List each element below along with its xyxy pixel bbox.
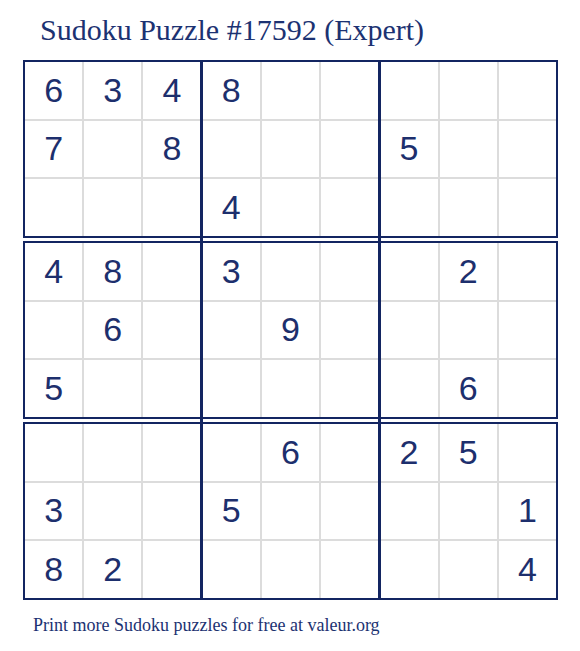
cell-r6-c9	[499, 360, 556, 417]
cell-r5-c9	[499, 302, 556, 359]
cell-r1-c5	[262, 62, 319, 119]
cell-r6-c5	[262, 360, 319, 417]
cell-r1-c9	[499, 62, 556, 119]
cell-r1-c3: 4	[143, 62, 200, 119]
cell-r8-c6	[321, 483, 378, 540]
cell-r3-c4: 4	[203, 179, 260, 236]
cell-r8-c4: 5	[203, 483, 260, 540]
cell-r7-c7: 2	[380, 424, 437, 481]
board-band-bottom: 625351824	[23, 422, 558, 600]
cell-r4-c1: 4	[25, 243, 82, 300]
cell-r8-c7	[380, 483, 437, 540]
cell-r5-c1	[25, 302, 82, 359]
cell-r6-c8: 6	[440, 360, 497, 417]
cell-r3-c3	[143, 179, 200, 236]
cell-r2-c4	[203, 121, 260, 178]
cell-r9-c7	[380, 541, 437, 598]
cell-r8-c2	[84, 483, 141, 540]
cell-r5-c3	[143, 302, 200, 359]
cell-r4-c8: 2	[440, 243, 497, 300]
cell-r2-c7: 5	[380, 121, 437, 178]
cell-r9-c9: 4	[499, 541, 556, 598]
cell-r6-c6	[321, 360, 378, 417]
cell-r1-c8	[440, 62, 497, 119]
cell-r5-c4	[203, 302, 260, 359]
cell-r8-c5	[262, 483, 319, 540]
cell-r1-c4: 8	[203, 62, 260, 119]
footer-note: Print more Sudoku puzzles for free at va…	[33, 613, 380, 637]
cell-r9-c8	[440, 541, 497, 598]
cell-r4-c2: 8	[84, 243, 141, 300]
cell-r4-c5	[262, 243, 319, 300]
cell-r4-c7	[380, 243, 437, 300]
box-divider-vertical-right	[378, 60, 381, 600]
cell-r1-c7	[380, 62, 437, 119]
cell-r7-c5: 6	[262, 424, 319, 481]
cell-r2-c1: 7	[25, 121, 82, 178]
cell-r8-c1: 3	[25, 483, 82, 540]
cell-r7-c6	[321, 424, 378, 481]
page-title: Sudoku Puzzle #17592 (Expert)	[40, 12, 424, 48]
cell-r6-c1: 5	[25, 360, 82, 417]
cell-r9-c1: 8	[25, 541, 82, 598]
cell-r8-c9: 1	[499, 483, 556, 540]
cell-r9-c6	[321, 541, 378, 598]
cell-r5-c8	[440, 302, 497, 359]
cell-r4-c6	[321, 243, 378, 300]
cell-r3-c1	[25, 179, 82, 236]
cell-r2-c8	[440, 121, 497, 178]
cell-r7-c2	[84, 424, 141, 481]
cell-r7-c1	[25, 424, 82, 481]
cell-r9-c4	[203, 541, 260, 598]
cell-r2-c3: 8	[143, 121, 200, 178]
cell-r1-c2: 3	[84, 62, 141, 119]
board-band-middle: 48326956	[23, 241, 558, 419]
cell-r8-c3	[143, 483, 200, 540]
sudoku-board: 63487854 48326956 625351824	[23, 60, 558, 600]
cell-r2-c6	[321, 121, 378, 178]
cell-r9-c2: 2	[84, 541, 141, 598]
cell-r5-c6	[321, 302, 378, 359]
cell-r4-c3	[143, 243, 200, 300]
cell-r9-c5	[262, 541, 319, 598]
cell-r5-c5: 9	[262, 302, 319, 359]
cell-r7-c4	[203, 424, 260, 481]
cell-r7-c3	[143, 424, 200, 481]
cell-r3-c6	[321, 179, 378, 236]
cell-r8-c8	[440, 483, 497, 540]
cell-r9-c3	[143, 541, 200, 598]
cell-r3-c8	[440, 179, 497, 236]
cell-r3-c2	[84, 179, 141, 236]
box-divider-vertical-left	[200, 60, 203, 600]
cell-r3-c9	[499, 179, 556, 236]
cell-r6-c3	[143, 360, 200, 417]
cell-r4-c4: 3	[203, 243, 260, 300]
cell-r2-c2	[84, 121, 141, 178]
cell-r6-c2	[84, 360, 141, 417]
cell-r2-c9	[499, 121, 556, 178]
cell-r2-c5	[262, 121, 319, 178]
cell-r5-c2: 6	[84, 302, 141, 359]
cell-r3-c7	[380, 179, 437, 236]
cell-r4-c9	[499, 243, 556, 300]
cell-r7-c9	[499, 424, 556, 481]
cell-r5-c7	[380, 302, 437, 359]
cell-r3-c5	[262, 179, 319, 236]
cell-r7-c8: 5	[440, 424, 497, 481]
cell-r6-c4	[203, 360, 260, 417]
cell-r1-c1: 6	[25, 62, 82, 119]
board-band-top: 63487854	[23, 60, 558, 238]
cell-r1-c6	[321, 62, 378, 119]
cell-r6-c7	[380, 360, 437, 417]
